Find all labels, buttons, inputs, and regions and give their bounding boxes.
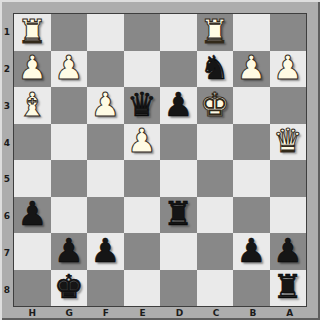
square-a3[interactable] <box>270 87 307 124</box>
square-b4[interactable] <box>233 124 270 161</box>
square-a4[interactable]: ♛ <box>270 124 307 161</box>
square-b3[interactable] <box>233 87 270 124</box>
piece-black-pawn[interactable]: ♟ <box>273 234 303 267</box>
square-a7[interactable]: ♟ <box>270 233 307 270</box>
piece-white-queen[interactable]: ♛ <box>273 124 303 157</box>
piece-black-pawn[interactable]: ♟ <box>54 234 84 267</box>
piece-black-pawn[interactable]: ♟ <box>17 197 47 230</box>
square-c5[interactable] <box>197 160 234 197</box>
square-g8[interactable]: ♚ <box>51 270 88 307</box>
piece-white-bishop[interactable]: ♝ <box>17 88 47 121</box>
piece-black-rook[interactable]: ♜ <box>273 270 303 303</box>
square-f8[interactable] <box>87 270 124 307</box>
square-f4[interactable] <box>87 124 124 161</box>
square-a5[interactable] <box>270 160 307 197</box>
square-f5[interactable] <box>87 160 124 197</box>
piece-white-pawn[interactable]: ♟ <box>90 88 120 121</box>
square-d7[interactable] <box>160 233 197 270</box>
rank-label-1: 1 <box>1 26 13 38</box>
square-f6[interactable] <box>87 197 124 234</box>
square-h2[interactable]: ♟ <box>14 51 51 88</box>
square-c8[interactable] <box>197 270 234 307</box>
square-g2[interactable]: ♟ <box>51 51 88 88</box>
square-e8[interactable] <box>124 270 161 307</box>
square-f7[interactable]: ♟ <box>87 233 124 270</box>
chess-board-frame: ♜♜♟♟♞♟♟♝♟♛♟♚♟♛♟♜♟♟♟♟♚♜ 12345678HGFEDCBA <box>0 0 320 320</box>
square-d2[interactable] <box>160 51 197 88</box>
square-c4[interactable] <box>197 124 234 161</box>
piece-black-rook[interactable]: ♜ <box>163 197 193 230</box>
square-d3[interactable]: ♟ <box>160 87 197 124</box>
rank-label-4: 4 <box>1 137 13 149</box>
square-b2[interactable]: ♟ <box>233 51 270 88</box>
square-e6[interactable] <box>124 197 161 234</box>
square-c7[interactable] <box>197 233 234 270</box>
square-b1[interactable] <box>233 14 270 51</box>
piece-black-pawn[interactable]: ♟ <box>163 88 193 121</box>
square-f1[interactable] <box>87 14 124 51</box>
square-e4[interactable]: ♟ <box>124 124 161 161</box>
square-e1[interactable] <box>124 14 161 51</box>
file-label-c: C <box>198 307 235 319</box>
rank-label-5: 5 <box>1 173 13 185</box>
file-label-e: E <box>124 307 161 319</box>
file-label-d: D <box>161 307 198 319</box>
piece-black-pawn[interactable]: ♟ <box>236 234 266 267</box>
square-h1[interactable]: ♜ <box>14 14 51 51</box>
rank-label-6: 6 <box>1 210 13 222</box>
square-d1[interactable] <box>160 14 197 51</box>
piece-white-pawn[interactable]: ♟ <box>273 51 303 84</box>
square-d6[interactable]: ♜ <box>160 197 197 234</box>
rank-label-2: 2 <box>1 63 13 75</box>
square-c2[interactable]: ♞ <box>197 51 234 88</box>
square-a1[interactable] <box>270 14 307 51</box>
piece-white-pawn[interactable]: ♟ <box>54 51 84 84</box>
square-a6[interactable] <box>270 197 307 234</box>
file-label-h: H <box>14 307 51 319</box>
rank-label-3: 3 <box>1 100 13 112</box>
square-f2[interactable] <box>87 51 124 88</box>
piece-black-pawn[interactable]: ♟ <box>90 234 120 267</box>
square-h5[interactable] <box>14 160 51 197</box>
square-h8[interactable] <box>14 270 51 307</box>
square-h6[interactable]: ♟ <box>14 197 51 234</box>
square-g3[interactable] <box>51 87 88 124</box>
piece-white-rook[interactable]: ♜ <box>17 15 47 48</box>
square-c6[interactable] <box>197 197 234 234</box>
square-a8[interactable]: ♜ <box>270 270 307 307</box>
square-c1[interactable]: ♜ <box>197 14 234 51</box>
square-e5[interactable] <box>124 160 161 197</box>
square-g1[interactable] <box>51 14 88 51</box>
piece-white-pawn[interactable]: ♟ <box>236 51 266 84</box>
square-g5[interactable] <box>51 160 88 197</box>
file-label-f: F <box>88 307 125 319</box>
piece-black-knight[interactable]: ♞ <box>200 51 230 84</box>
square-g7[interactable]: ♟ <box>51 233 88 270</box>
square-b7[interactable]: ♟ <box>233 233 270 270</box>
square-e2[interactable] <box>124 51 161 88</box>
piece-white-pawn[interactable]: ♟ <box>17 51 47 84</box>
square-g4[interactable] <box>51 124 88 161</box>
piece-white-pawn[interactable]: ♟ <box>127 124 157 157</box>
square-h4[interactable] <box>14 124 51 161</box>
square-b8[interactable] <box>233 270 270 307</box>
piece-white-king[interactable]: ♚ <box>200 88 230 121</box>
square-b5[interactable] <box>233 160 270 197</box>
square-d8[interactable] <box>160 270 197 307</box>
square-h3[interactable]: ♝ <box>14 87 51 124</box>
piece-white-rook[interactable]: ♜ <box>200 15 230 48</box>
square-b6[interactable] <box>233 197 270 234</box>
file-label-g: G <box>51 307 88 319</box>
square-d4[interactable] <box>160 124 197 161</box>
file-label-b: B <box>235 307 272 319</box>
square-a2[interactable]: ♟ <box>270 51 307 88</box>
square-e3[interactable]: ♛ <box>124 87 161 124</box>
rank-label-7: 7 <box>1 247 13 259</box>
square-h7[interactable] <box>14 233 51 270</box>
square-c3[interactable]: ♚ <box>197 87 234 124</box>
piece-black-queen[interactable]: ♛ <box>127 88 157 121</box>
chess-board: ♜♜♟♟♞♟♟♝♟♛♟♚♟♛♟♜♟♟♟♟♚♜ <box>13 13 307 307</box>
square-g6[interactable] <box>51 197 88 234</box>
square-e7[interactable] <box>124 233 161 270</box>
file-label-a: A <box>271 307 308 319</box>
square-d5[interactable] <box>160 160 197 197</box>
rank-label-8: 8 <box>1 284 13 296</box>
piece-black-king[interactable]: ♚ <box>54 270 84 303</box>
square-f3[interactable]: ♟ <box>87 87 124 124</box>
